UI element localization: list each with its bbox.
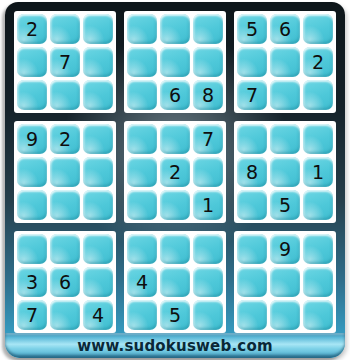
cell-r5c3[interactable] (83, 157, 113, 187)
sudoku-grid: 27685627927218153674459 (5, 2, 345, 333)
cell-r5c6[interactable] (193, 157, 223, 187)
cell-r5c1[interactable] (17, 157, 47, 187)
cell-r2c7[interactable] (237, 47, 267, 77)
cell-r2c5[interactable] (160, 47, 190, 77)
cell-r9c5[interactable]: 5 (160, 300, 190, 330)
cell-r8c9[interactable] (303, 267, 333, 297)
cell-r7c9[interactable] (303, 234, 333, 264)
cell-r8c4[interactable]: 4 (127, 267, 157, 297)
cell-r2c6[interactable] (193, 47, 223, 77)
cell-r9c6[interactable] (193, 300, 223, 330)
cell-r6c3[interactable] (83, 190, 113, 220)
cell-r5c2[interactable] (50, 157, 80, 187)
block-r2c3: 815 (234, 121, 336, 223)
cell-r1c1[interactable]: 2 (17, 14, 47, 44)
cell-r7c4[interactable] (127, 234, 157, 264)
cell-r7c7[interactable] (237, 234, 267, 264)
block-r3c1: 3674 (14, 231, 116, 333)
cell-r6c8[interactable]: 5 (270, 190, 300, 220)
cell-r6c4[interactable] (127, 190, 157, 220)
cell-r1c7[interactable]: 5 (237, 14, 267, 44)
cell-r8c3[interactable] (83, 267, 113, 297)
cell-r7c8[interactable]: 9 (270, 234, 300, 264)
cell-r4c6[interactable]: 7 (193, 124, 223, 154)
cell-r5c9[interactable]: 1 (303, 157, 333, 187)
cell-r4c4[interactable] (127, 124, 157, 154)
cell-r3c9[interactable] (303, 80, 333, 110)
cell-r2c2[interactable]: 7 (50, 47, 80, 77)
cell-r3c8[interactable] (270, 80, 300, 110)
cell-r1c3[interactable] (83, 14, 113, 44)
cell-r7c5[interactable] (160, 234, 190, 264)
cell-r9c1[interactable]: 7 (17, 300, 47, 330)
block-r1c2: 68 (124, 11, 226, 113)
cell-r8c7[interactable] (237, 267, 267, 297)
block-r2c2: 721 (124, 121, 226, 223)
cell-r5c4[interactable] (127, 157, 157, 187)
cell-r6c2[interactable] (50, 190, 80, 220)
cell-r2c8[interactable] (270, 47, 300, 77)
cell-r4c3[interactable] (83, 124, 113, 154)
cell-r1c6[interactable] (193, 14, 223, 44)
block-r3c2: 45 (124, 231, 226, 333)
cell-r5c8[interactable] (270, 157, 300, 187)
cell-r7c1[interactable] (17, 234, 47, 264)
cell-r6c9[interactable] (303, 190, 333, 220)
cell-r8c6[interactable] (193, 267, 223, 297)
cell-r9c4[interactable] (127, 300, 157, 330)
cell-r6c6[interactable]: 1 (193, 190, 223, 220)
cell-r9c3[interactable]: 4 (83, 300, 113, 330)
cell-r1c8[interactable]: 6 (270, 14, 300, 44)
cell-r4c2[interactable]: 2 (50, 124, 80, 154)
cell-r5c5[interactable]: 2 (160, 157, 190, 187)
cell-r7c3[interactable] (83, 234, 113, 264)
block-r1c1: 27 (14, 11, 116, 113)
block-r1c3: 5627 (234, 11, 336, 113)
cell-r9c9[interactable] (303, 300, 333, 330)
cell-r4c9[interactable] (303, 124, 333, 154)
cell-r2c1[interactable] (17, 47, 47, 77)
cell-r8c1[interactable]: 3 (17, 267, 47, 297)
cell-r4c5[interactable] (160, 124, 190, 154)
cell-r3c4[interactable] (127, 80, 157, 110)
cell-r2c9[interactable]: 2 (303, 47, 333, 77)
sudoku-board: 27685627927218153674459 www.sudokusweb.c… (5, 2, 345, 358)
cell-r5c7[interactable]: 8 (237, 157, 267, 187)
cell-r4c8[interactable] (270, 124, 300, 154)
cell-r3c3[interactable] (83, 80, 113, 110)
cell-r7c6[interactable] (193, 234, 223, 264)
site-url-link[interactable]: www.sudokusweb.com (77, 337, 272, 355)
cell-r1c9[interactable] (303, 14, 333, 44)
cell-r1c4[interactable] (127, 14, 157, 44)
block-r2c1: 92 (14, 121, 116, 223)
cell-r8c8[interactable] (270, 267, 300, 297)
block-r3c3: 9 (234, 231, 336, 333)
cell-r3c2[interactable] (50, 80, 80, 110)
cell-r7c2[interactable] (50, 234, 80, 264)
cell-r3c6[interactable]: 8 (193, 80, 223, 110)
cell-r6c7[interactable] (237, 190, 267, 220)
cell-r1c2[interactable] (50, 14, 80, 44)
cell-r6c5[interactable] (160, 190, 190, 220)
footer-bar: www.sudokusweb.com (5, 333, 345, 358)
cell-r3c7[interactable]: 7 (237, 80, 267, 110)
cell-r4c7[interactable] (237, 124, 267, 154)
cell-r1c5[interactable] (160, 14, 190, 44)
cell-r4c1[interactable]: 9 (17, 124, 47, 154)
cell-r3c1[interactable] (17, 80, 47, 110)
cell-r2c4[interactable] (127, 47, 157, 77)
cell-r2c3[interactable] (83, 47, 113, 77)
cell-r9c7[interactable] (237, 300, 267, 330)
cell-r3c5[interactable]: 6 (160, 80, 190, 110)
cell-r8c5[interactable] (160, 267, 190, 297)
cell-r8c2[interactable]: 6 (50, 267, 80, 297)
cell-r9c8[interactable] (270, 300, 300, 330)
cell-r9c2[interactable] (50, 300, 80, 330)
cell-r6c1[interactable] (17, 190, 47, 220)
